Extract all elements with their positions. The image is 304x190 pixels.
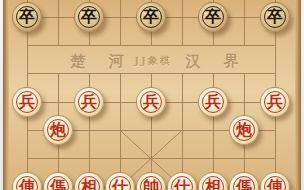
piece-red-soldier[interactable]: 兵 xyxy=(74,87,104,117)
piece-red-soldier[interactable]: 兵 xyxy=(198,87,228,117)
piece-character: 兵 xyxy=(143,94,159,110)
piece-character: 兵 xyxy=(81,94,97,110)
piece-character: 兵 xyxy=(205,94,221,110)
xiangqi-board: 楚 河 JJ象棋 汉 界 卒卒卒卒卒兵兵兵兵兵炮炮俥傌相仕帥仕相傌俥 xyxy=(0,0,304,190)
piece-character: 卒 xyxy=(267,9,283,25)
piece-red-soldier[interactable]: 兵 xyxy=(12,87,42,117)
piece-character: 卒 xyxy=(81,9,97,25)
piece-character: 炮 xyxy=(50,122,66,138)
piece-red-soldier[interactable]: 兵 xyxy=(260,87,290,117)
piece-character: 俥 xyxy=(267,179,283,190)
piece-red-soldier[interactable]: 兵 xyxy=(136,87,166,117)
piece-black-soldier[interactable]: 卒 xyxy=(198,2,228,32)
piece-character: 相 xyxy=(205,179,221,190)
river-label-han-jie: 汉 界 xyxy=(176,52,247,71)
app-watermark: JJ象棋 xyxy=(134,54,171,68)
piece-character: 炮 xyxy=(236,122,252,138)
piece-character: 卒 xyxy=(205,9,221,25)
piece-character: 相 xyxy=(81,179,97,190)
piece-character: 俥 xyxy=(19,179,35,190)
piece-character: 傌 xyxy=(50,179,66,190)
piece-black-soldier[interactable]: 卒 xyxy=(136,2,166,32)
piece-black-soldier[interactable]: 卒 xyxy=(260,2,290,32)
piece-character: 仕 xyxy=(112,179,128,190)
piece-character: 帥 xyxy=(143,179,159,190)
piece-character: 傌 xyxy=(236,179,252,190)
piece-black-soldier[interactable]: 卒 xyxy=(74,2,104,32)
piece-character: 卒 xyxy=(143,9,159,25)
piece-character: 兵 xyxy=(267,94,283,110)
piece-character: 兵 xyxy=(19,94,35,110)
piece-character: 卒 xyxy=(19,9,35,25)
river-label-chu-he: 楚 河 xyxy=(61,52,132,71)
piece-black-soldier[interactable]: 卒 xyxy=(12,2,42,32)
piece-character: 仕 xyxy=(174,179,190,190)
